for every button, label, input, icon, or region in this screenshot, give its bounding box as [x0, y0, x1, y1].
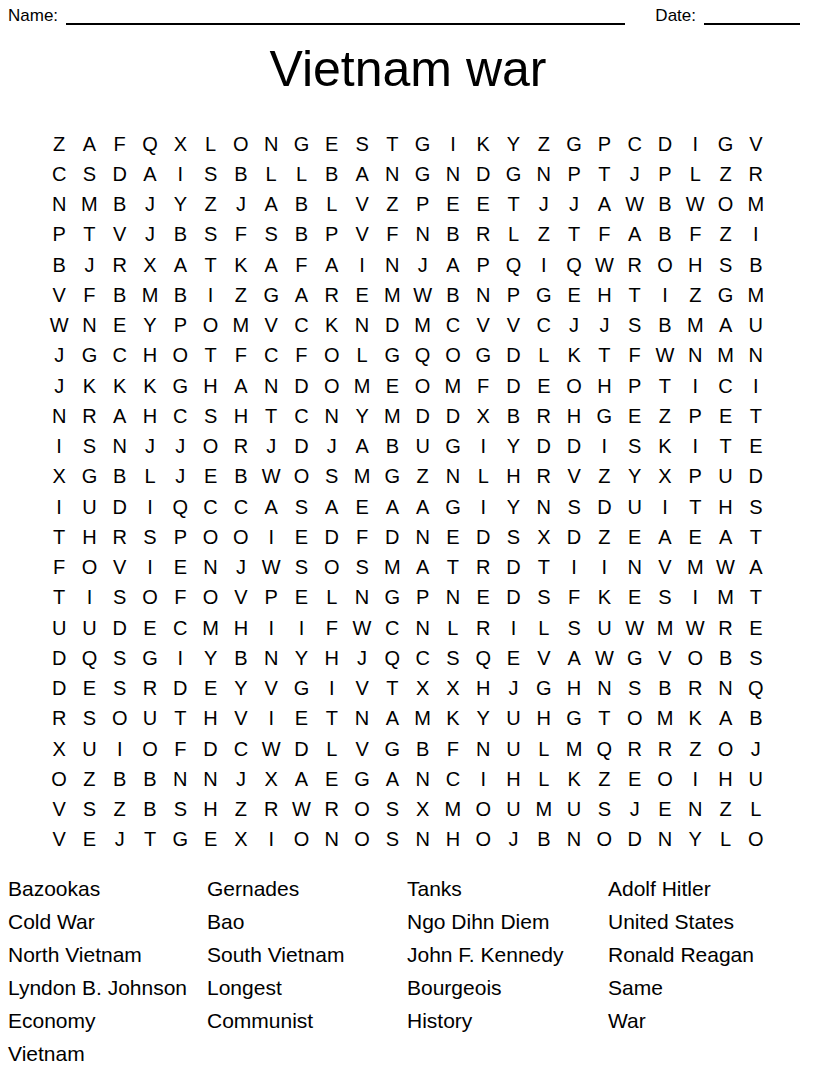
grid-cell: B	[377, 432, 407, 462]
grid-cell: S	[105, 674, 135, 704]
grid-cell: X	[438, 674, 468, 704]
grid-cell: S	[105, 583, 135, 613]
grid-cell: O	[650, 764, 680, 794]
grid-cell: N	[589, 674, 619, 704]
grid-cell: V	[44, 795, 74, 825]
grid-cell: D	[44, 643, 74, 673]
grid-cell: G	[74, 341, 104, 371]
grid-cell: Y	[498, 492, 528, 522]
grid-cell: J	[498, 674, 528, 704]
grid-cell: B	[105, 764, 135, 794]
grid-cell: R	[74, 401, 104, 431]
grid-cell: U	[710, 462, 740, 492]
grid-cell: M	[680, 311, 710, 341]
grid-cell: I	[256, 613, 286, 643]
grid-cell: C	[407, 643, 437, 673]
grid-cell: T	[620, 280, 650, 310]
grid-cell: J	[498, 825, 528, 855]
grid-cell: H	[438, 825, 468, 855]
grid-cell: Y	[165, 190, 195, 220]
grid-cell: S	[589, 795, 619, 825]
grid-cell: I	[286, 613, 316, 643]
grid-cell: U	[559, 795, 589, 825]
word-list-item: Gernades	[207, 872, 407, 905]
grid-cell: N	[377, 159, 407, 189]
grid-cell: I	[44, 492, 74, 522]
grid-cell: R	[620, 734, 650, 764]
grid-cell: I	[44, 432, 74, 462]
grid-cell: T	[74, 220, 104, 250]
grid-cell: J	[135, 190, 165, 220]
grid-cell: S	[741, 492, 771, 522]
grid-cell: S	[650, 583, 680, 613]
grid-cell: R	[710, 613, 740, 643]
grid-cell: A	[256, 492, 286, 522]
grid-cell: Z	[529, 220, 559, 250]
grid-cell: W	[589, 643, 619, 673]
grid-cell: R	[741, 159, 771, 189]
grid-cell: I	[195, 280, 225, 310]
grid-cell: A	[226, 371, 256, 401]
grid-cell: J	[620, 795, 650, 825]
grid-cell: D	[286, 371, 316, 401]
grid-cell: U	[44, 613, 74, 643]
grid-cell: I	[165, 159, 195, 189]
grid-cell: G	[710, 129, 740, 159]
grid-cell: B	[226, 643, 256, 673]
grid-cell: D	[589, 492, 619, 522]
grid-cell: E	[438, 522, 468, 552]
grid-cell: Q	[741, 674, 771, 704]
grid-cell: R	[468, 553, 498, 583]
grid-cell: V	[256, 674, 286, 704]
grid-cell: H	[710, 764, 740, 794]
grid-cell: U	[741, 764, 771, 794]
grid-cell: Z	[529, 129, 559, 159]
grid-cell: J	[407, 250, 437, 280]
grid-cell: P	[468, 250, 498, 280]
grid-cell: T	[589, 704, 619, 734]
grid-cell: Z	[710, 159, 740, 189]
grid-cell: B	[135, 764, 165, 794]
grid-cell: N	[529, 159, 559, 189]
grid-cell: V	[347, 220, 377, 250]
grid-cell: J	[559, 190, 589, 220]
grid-cell: V	[44, 280, 74, 310]
grid-cell: I	[680, 764, 710, 794]
grid-cell: D	[559, 432, 589, 462]
grid-cell: E	[195, 462, 225, 492]
grid-cell: S	[105, 643, 135, 673]
grid-cell: N	[74, 311, 104, 341]
grid-cell: U	[407, 432, 437, 462]
grid-cell: H	[317, 643, 347, 673]
grid-cell: A	[74, 129, 104, 159]
grid-cell: R	[317, 280, 347, 310]
grid-cell: S	[286, 553, 316, 583]
word-search-worksheet: { "game": "word-search", "position": "ZA…	[0, 0, 816, 1083]
grid-cell: A	[377, 492, 407, 522]
grid-cell: K	[680, 704, 710, 734]
grid-cell: C	[620, 129, 650, 159]
grid-cell: Z	[105, 795, 135, 825]
grid-cell: M	[226, 311, 256, 341]
grid-cell: I	[105, 734, 135, 764]
grid-cell: P	[407, 583, 437, 613]
grid-cell: T	[680, 492, 710, 522]
grid-cell: I	[650, 280, 680, 310]
grid-cell: A	[589, 190, 619, 220]
grid-cell: H	[529, 704, 559, 734]
grid-cell: O	[195, 522, 225, 552]
grid-cell: B	[105, 280, 135, 310]
grid-cell: M	[680, 553, 710, 583]
grid-cell: G	[377, 341, 407, 371]
grid-cell: L	[680, 159, 710, 189]
grid-cell: V	[741, 129, 771, 159]
grid-cell: M	[347, 371, 377, 401]
grid-cell: R	[468, 220, 498, 250]
grid-cell: F	[286, 250, 316, 280]
grid-cell: H	[498, 764, 528, 794]
grid-cell: E	[74, 674, 104, 704]
grid-cell: N	[468, 280, 498, 310]
grid-cell: D	[105, 492, 135, 522]
grid-cell: C	[105, 341, 135, 371]
grid-cell: L	[195, 129, 225, 159]
word-list-item: Lyndon B. Johnson	[8, 971, 207, 1004]
grid-cell: T	[377, 129, 407, 159]
grid-cell: Y	[498, 129, 528, 159]
grid-cell: M	[407, 704, 437, 734]
grid-cell: Z	[650, 401, 680, 431]
grid-cell: I	[498, 613, 528, 643]
grid-cell: O	[286, 462, 316, 492]
grid-cell: G	[165, 825, 195, 855]
grid-cell: E	[135, 613, 165, 643]
grid-cell: N	[407, 825, 437, 855]
grid-cell: V	[226, 583, 256, 613]
grid-cell: B	[741, 704, 771, 734]
grid-cell: A	[438, 250, 468, 280]
grid-cell: O	[468, 825, 498, 855]
grid-cell: I	[741, 220, 771, 250]
grid-cell: A	[710, 704, 740, 734]
grid-cell: N	[468, 734, 498, 764]
grid-cell: S	[74, 159, 104, 189]
grid-cell: M	[438, 795, 468, 825]
word-list-item: John F. Kennedy	[407, 938, 608, 971]
grid-cell: I	[135, 553, 165, 583]
grid-cell: C	[165, 401, 195, 431]
grid-cell: S	[256, 220, 286, 250]
grid-cell: X	[407, 795, 437, 825]
grid-cell: Z	[680, 734, 710, 764]
grid-cell: F	[44, 553, 74, 583]
grid-cell: N	[741, 341, 771, 371]
grid-cell: J	[559, 311, 589, 341]
grid-cell: S	[74, 795, 104, 825]
grid-cell: I	[256, 704, 286, 734]
word-list-item: Bao	[207, 905, 407, 938]
grid-cell: B	[407, 734, 437, 764]
grid-cell: R	[680, 674, 710, 704]
grid-cell: M	[650, 613, 680, 643]
grid-cell: Z	[710, 795, 740, 825]
grid-cell: E	[650, 795, 680, 825]
grid-cell: N	[438, 462, 468, 492]
grid-cell: G	[438, 432, 468, 462]
grid-cell: N	[438, 159, 468, 189]
grid-cell: V	[650, 553, 680, 583]
word-list-item: Economy	[8, 1004, 207, 1037]
grid-cell: M	[741, 280, 771, 310]
word-list-item: Cold War	[8, 905, 207, 938]
grid-cell: R	[105, 522, 135, 552]
grid-cell: Z	[226, 280, 256, 310]
grid-cell: X	[468, 401, 498, 431]
grid-cell: B	[741, 250, 771, 280]
grid-cell: C	[226, 734, 256, 764]
grid-cell: G	[377, 462, 407, 492]
grid-cell: I	[680, 371, 710, 401]
grid-cell: J	[74, 250, 104, 280]
grid-cell: O	[620, 704, 650, 734]
grid-cell: K	[105, 371, 135, 401]
grid-cell: H	[559, 401, 589, 431]
grid-cell: Z	[226, 795, 256, 825]
grid-cell: P	[680, 462, 710, 492]
grid-cell: O	[105, 704, 135, 734]
grid-cell: B	[317, 159, 347, 189]
grid-cell: O	[710, 190, 740, 220]
grid-cell: L	[317, 734, 347, 764]
grid-cell: W	[680, 190, 710, 220]
grid-cell: K	[468, 129, 498, 159]
grid-cell: B	[498, 401, 528, 431]
grid-cell: X	[226, 825, 256, 855]
grid-cell: C	[710, 371, 740, 401]
grid-cell: T	[44, 522, 74, 552]
grid-cell: P	[165, 522, 195, 552]
grid-cell: Q	[74, 643, 104, 673]
grid-cell: V	[529, 643, 559, 673]
grid-cell: I	[165, 643, 195, 673]
grid-cell: Y	[498, 432, 528, 462]
grid-cell: N	[347, 704, 377, 734]
grid-cell: B	[226, 159, 256, 189]
grid-cell: N	[680, 795, 710, 825]
grid-cell: O	[165, 341, 195, 371]
grid-cell: G	[468, 341, 498, 371]
grid-cell: W	[589, 250, 619, 280]
grid-cell: O	[741, 825, 771, 855]
grid-cell: S	[498, 522, 528, 552]
grid-cell: O	[710, 734, 740, 764]
grid-cell: G	[165, 371, 195, 401]
grid-cell: G	[256, 280, 286, 310]
grid-cell: L	[498, 220, 528, 250]
grid-cell: Q	[468, 643, 498, 673]
grid-cell: Z	[74, 764, 104, 794]
grid-cell: T	[741, 583, 771, 613]
grid-cell: K	[559, 764, 589, 794]
grid-cell: Y	[347, 401, 377, 431]
grid-cell: R	[226, 432, 256, 462]
grid-cell: D	[317, 522, 347, 552]
word-list-column: TanksNgo Dihn DiemJohn F. KennedyBourgeo…	[407, 872, 608, 1070]
grid-cell: I	[741, 371, 771, 401]
grid-cell: K	[135, 371, 165, 401]
grid-cell: N	[256, 643, 286, 673]
grid-cell: N	[256, 371, 286, 401]
grid-cell: F	[286, 341, 316, 371]
grid-cell: E	[165, 553, 195, 583]
grid-cell: H	[468, 674, 498, 704]
grid-cell: F	[165, 734, 195, 764]
word-list-item: Vietnam	[8, 1037, 207, 1070]
header-row: Name: Date:	[8, 6, 800, 26]
date-blank-line	[704, 9, 800, 25]
grid-cell: R	[468, 613, 498, 643]
grid-cell: E	[317, 764, 347, 794]
grid-cell: W	[710, 553, 740, 583]
grid-cell: V	[226, 704, 256, 734]
grid-cell: G	[407, 159, 437, 189]
grid-cell: E	[347, 280, 377, 310]
word-list-item: Bourgeois	[407, 971, 608, 1004]
grid-cell: N	[105, 432, 135, 462]
grid-cell: D	[407, 401, 437, 431]
grid-cell: F	[559, 583, 589, 613]
grid-cell: S	[74, 432, 104, 462]
grid-cell: A	[559, 643, 589, 673]
grid-cell: W	[256, 462, 286, 492]
grid-cell: A	[165, 250, 195, 280]
grid-cell: G	[286, 674, 316, 704]
grid-cell: A	[105, 401, 135, 431]
grid-cell: N	[650, 825, 680, 855]
grid-cell: B	[44, 250, 74, 280]
grid-cell: D	[195, 734, 225, 764]
grid-cell: J	[226, 764, 256, 794]
grid-cell: C	[256, 341, 286, 371]
grid-cell: O	[195, 432, 225, 462]
grid-cell: R	[317, 795, 347, 825]
grid-cell: R	[105, 250, 135, 280]
grid-cell: I	[589, 553, 619, 583]
word-list-item: North Vietnam	[8, 938, 207, 971]
grid-cell: S	[347, 553, 377, 583]
grid-cell: H	[710, 492, 740, 522]
grid-cell: D	[498, 583, 528, 613]
grid-cell: O	[438, 341, 468, 371]
grid-cell: Z	[589, 462, 619, 492]
grid-cell: S	[135, 522, 165, 552]
word-list-item: Bazookas	[8, 872, 207, 905]
grid-cell: G	[498, 159, 528, 189]
grid-cell: H	[589, 280, 619, 310]
grid-cell: E	[741, 613, 771, 643]
grid-cell: W	[680, 613, 710, 643]
grid-cell: C	[438, 764, 468, 794]
grid-cell: R	[529, 462, 559, 492]
grid-cell: S	[165, 795, 195, 825]
grid-cell: E	[498, 643, 528, 673]
grid-cell: V	[347, 734, 377, 764]
grid-cell: O	[226, 129, 256, 159]
grid-cell: L	[317, 190, 347, 220]
grid-cell: I	[468, 492, 498, 522]
grid-cell: P	[317, 220, 347, 250]
grid-cell: F	[620, 341, 650, 371]
grid-cell: O	[407, 371, 437, 401]
grid-cell: L	[317, 583, 347, 613]
grid-cell: M	[559, 734, 589, 764]
grid-cell: S	[438, 643, 468, 673]
grid-cell: D	[498, 371, 528, 401]
grid-cell: G	[710, 280, 740, 310]
word-list-item: Tanks	[407, 872, 608, 905]
grid-cell: G	[74, 462, 104, 492]
grid-cell: U	[74, 734, 104, 764]
grid-cell: S	[195, 401, 225, 431]
name-label: Name:	[8, 6, 58, 26]
grid-cell: V	[468, 311, 498, 341]
grid-cell: R	[135, 674, 165, 704]
grid-cell: L	[256, 159, 286, 189]
grid-cell: J	[529, 190, 559, 220]
grid-cell: I	[74, 583, 104, 613]
grid-cell: I	[468, 432, 498, 462]
grid-cell: I	[529, 250, 559, 280]
grid-cell: A	[256, 250, 286, 280]
grid-cell: E	[286, 583, 316, 613]
grid-cell: L	[347, 341, 377, 371]
grid-cell: X	[256, 764, 286, 794]
grid-cell: F	[438, 734, 468, 764]
grid-cell: J	[226, 190, 256, 220]
grid-cell: M	[347, 462, 377, 492]
grid-cell: M	[377, 280, 407, 310]
grid-cell: S	[377, 825, 407, 855]
grid-cell: W	[620, 613, 650, 643]
grid-cell: H	[498, 462, 528, 492]
grid-cell: B	[650, 190, 680, 220]
grid-cell: E	[438, 190, 468, 220]
grid-cell: M	[407, 311, 437, 341]
grid-cell: O	[317, 553, 347, 583]
grid-cell: Z	[589, 522, 619, 552]
grid-cell: Y	[286, 643, 316, 673]
grid-cell: A	[347, 432, 377, 462]
grid-cell: F	[589, 220, 619, 250]
grid-cell: X	[135, 250, 165, 280]
grid-cell: J	[165, 432, 195, 462]
grid-cell: E	[559, 280, 589, 310]
grid-cell: E	[680, 522, 710, 552]
grid-cell: H	[680, 250, 710, 280]
grid-cell: X	[407, 674, 437, 704]
grid-cell: B	[135, 795, 165, 825]
grid-cell: H	[195, 371, 225, 401]
grid-cell: N	[377, 250, 407, 280]
grid-cell: N	[44, 190, 74, 220]
grid-cell: U	[589, 613, 619, 643]
grid-cell: G	[559, 129, 589, 159]
grid-cell: U	[498, 795, 528, 825]
grid-cell: I	[256, 825, 286, 855]
